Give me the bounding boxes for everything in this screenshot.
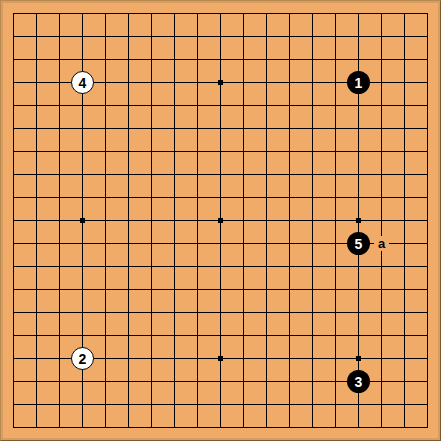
board-intersection[interactable]: [71, 324, 94, 347]
board-intersection[interactable]: [209, 347, 232, 370]
board-intersection[interactable]: [71, 48, 94, 71]
board-intersection[interactable]: [324, 94, 347, 117]
board-intersection[interactable]: [278, 347, 301, 370]
board-intersection[interactable]: [416, 25, 439, 48]
board-intersection[interactable]: [324, 48, 347, 71]
board-intersection[interactable]: [71, 416, 94, 439]
board-intersection[interactable]: [324, 186, 347, 209]
board-intersection[interactable]: [71, 393, 94, 416]
board-intersection[interactable]: [140, 370, 163, 393]
board-intersection[interactable]: [232, 163, 255, 186]
board-intersection[interactable]: [232, 347, 255, 370]
board-intersection[interactable]: [71, 255, 94, 278]
board-intersection[interactable]: 2: [71, 347, 94, 370]
board-intersection[interactable]: [370, 209, 393, 232]
board-intersection[interactable]: [2, 232, 25, 255]
board-intersection[interactable]: [209, 117, 232, 140]
board-intersection[interactable]: [48, 94, 71, 117]
board-intersection[interactable]: [2, 347, 25, 370]
board-intersection[interactable]: [94, 71, 117, 94]
board-intersection[interactable]: [186, 301, 209, 324]
board-intersection[interactable]: [255, 232, 278, 255]
board-intersection[interactable]: [94, 48, 117, 71]
board-intersection[interactable]: [117, 94, 140, 117]
board-intersection[interactable]: [209, 163, 232, 186]
board-intersection[interactable]: [416, 117, 439, 140]
board-intersection[interactable]: [232, 301, 255, 324]
board-intersection[interactable]: [2, 278, 25, 301]
board-intersection[interactable]: [255, 416, 278, 439]
board-intersection[interactable]: [25, 71, 48, 94]
board-intersection[interactable]: [209, 416, 232, 439]
board-intersection[interactable]: [347, 278, 370, 301]
board-intersection[interactable]: [255, 48, 278, 71]
board-intersection[interactable]: [232, 232, 255, 255]
board-intersection[interactable]: [48, 370, 71, 393]
board-intersection[interactable]: [370, 48, 393, 71]
board-intersection[interactable]: [370, 186, 393, 209]
board-intersection[interactable]: [278, 163, 301, 186]
board-intersection[interactable]: [370, 25, 393, 48]
board-intersection[interactable]: [94, 255, 117, 278]
board-intersection[interactable]: [347, 2, 370, 25]
board-intersection[interactable]: [301, 94, 324, 117]
board-intersection[interactable]: [416, 140, 439, 163]
board-intersection[interactable]: [301, 232, 324, 255]
board-intersection[interactable]: [48, 25, 71, 48]
board-intersection[interactable]: [71, 163, 94, 186]
board-intersection[interactable]: [232, 324, 255, 347]
board-intersection[interactable]: [255, 370, 278, 393]
board-intersection[interactable]: [209, 71, 232, 94]
board-intersection[interactable]: [416, 94, 439, 117]
board-intersection[interactable]: [186, 278, 209, 301]
board-intersection[interactable]: [209, 48, 232, 71]
board-intersection[interactable]: [416, 48, 439, 71]
board-intersection[interactable]: [2, 94, 25, 117]
board-intersection[interactable]: [117, 370, 140, 393]
board-intersection[interactable]: [163, 301, 186, 324]
board-intersection[interactable]: [48, 140, 71, 163]
board-intersection[interactable]: [163, 232, 186, 255]
board-intersection[interactable]: [163, 416, 186, 439]
board-intersection[interactable]: [255, 301, 278, 324]
board-intersection[interactable]: [140, 25, 163, 48]
board-intersection[interactable]: [232, 186, 255, 209]
board-intersection[interactable]: [2, 186, 25, 209]
board-intersection[interactable]: [301, 163, 324, 186]
board-intersection[interactable]: [301, 255, 324, 278]
board-intersection[interactable]: [25, 117, 48, 140]
board-intersection[interactable]: [301, 117, 324, 140]
board-intersection[interactable]: [117, 117, 140, 140]
board-intersection[interactable]: [94, 94, 117, 117]
board-intersection[interactable]: [140, 278, 163, 301]
board-intersection[interactable]: [163, 209, 186, 232]
board-intersection[interactable]: [393, 48, 416, 71]
board-intersection[interactable]: [301, 278, 324, 301]
board-intersection[interactable]: [278, 140, 301, 163]
board-intersection[interactable]: [140, 71, 163, 94]
board-intersection[interactable]: [163, 163, 186, 186]
board-intersection[interactable]: [94, 301, 117, 324]
board-intersection[interactable]: [324, 25, 347, 48]
board-intersection[interactable]: [163, 393, 186, 416]
board-intersection[interactable]: [117, 209, 140, 232]
board-intersection[interactable]: [48, 301, 71, 324]
board-intersection[interactable]: [370, 163, 393, 186]
board-intersection[interactable]: [324, 209, 347, 232]
board-intersection[interactable]: [347, 393, 370, 416]
board-intersection[interactable]: [301, 370, 324, 393]
board-intersection[interactable]: [163, 117, 186, 140]
board-intersection[interactable]: [347, 416, 370, 439]
board-intersection[interactable]: [163, 94, 186, 117]
board-intersection[interactable]: [163, 140, 186, 163]
board-intersection[interactable]: [370, 416, 393, 439]
board-intersection[interactable]: [255, 393, 278, 416]
board-intersection[interactable]: [255, 71, 278, 94]
board-intersection[interactable]: [324, 370, 347, 393]
board-intersection[interactable]: [416, 301, 439, 324]
board-intersection[interactable]: [117, 186, 140, 209]
board-intersection[interactable]: [278, 393, 301, 416]
board-intersection[interactable]: [393, 2, 416, 25]
board-intersection[interactable]: [117, 347, 140, 370]
board-intersection[interactable]: [25, 94, 48, 117]
board-intersection[interactable]: [324, 324, 347, 347]
board-intersection[interactable]: [232, 71, 255, 94]
board-intersection[interactable]: [416, 209, 439, 232]
board-intersection[interactable]: [25, 347, 48, 370]
board-intersection[interactable]: [370, 347, 393, 370]
board-intersection[interactable]: [2, 301, 25, 324]
board-intersection[interactable]: [278, 2, 301, 25]
board-intersection[interactable]: [71, 186, 94, 209]
board-intersection[interactable]: [25, 324, 48, 347]
board-intersection[interactable]: [393, 255, 416, 278]
board-intersection[interactable]: [94, 370, 117, 393]
board-intersection[interactable]: [94, 186, 117, 209]
board-intersection[interactable]: [209, 255, 232, 278]
board-intersection[interactable]: [140, 255, 163, 278]
board-intersection[interactable]: [301, 140, 324, 163]
board-intersection[interactable]: [140, 94, 163, 117]
board-intersection[interactable]: [255, 163, 278, 186]
board-intersection[interactable]: [255, 186, 278, 209]
board-intersection[interactable]: [2, 25, 25, 48]
board-intersection[interactable]: [186, 25, 209, 48]
board-intersection[interactable]: [117, 163, 140, 186]
board-intersection[interactable]: [301, 301, 324, 324]
board-intersection[interactable]: [416, 255, 439, 278]
board-intersection[interactable]: [255, 278, 278, 301]
board-intersection[interactable]: [48, 255, 71, 278]
board-intersection[interactable]: [140, 416, 163, 439]
board-intersection[interactable]: [2, 416, 25, 439]
board-intersection[interactable]: [71, 370, 94, 393]
board-intersection[interactable]: [278, 48, 301, 71]
board-intersection[interactable]: [186, 94, 209, 117]
board-intersection[interactable]: [186, 324, 209, 347]
board-intersection[interactable]: [324, 347, 347, 370]
board-intersection[interactable]: [2, 140, 25, 163]
board-intersection[interactable]: [94, 324, 117, 347]
board-intersection[interactable]: [186, 416, 209, 439]
board-intersection[interactable]: [94, 25, 117, 48]
board-intersection[interactable]: [48, 48, 71, 71]
board-intersection[interactable]: [370, 393, 393, 416]
board-intersection[interactable]: [117, 232, 140, 255]
board-intersection[interactable]: [301, 2, 324, 25]
board-intersection[interactable]: [163, 255, 186, 278]
board-intersection[interactable]: [140, 232, 163, 255]
board-intersection[interactable]: [324, 117, 347, 140]
board-intersection[interactable]: [2, 255, 25, 278]
board-intersection[interactable]: [393, 209, 416, 232]
board-intersection[interactable]: [278, 301, 301, 324]
board-intersection[interactable]: [71, 140, 94, 163]
board-intersection[interactable]: [140, 48, 163, 71]
board-intersection[interactable]: [140, 347, 163, 370]
board-intersection[interactable]: [393, 25, 416, 48]
board-intersection[interactable]: [163, 71, 186, 94]
board-intersection[interactable]: [48, 393, 71, 416]
board-intersection[interactable]: [48, 232, 71, 255]
board-intersection[interactable]: [117, 48, 140, 71]
board-intersection[interactable]: [186, 232, 209, 255]
board-intersection[interactable]: [416, 232, 439, 255]
board-intersection[interactable]: [140, 324, 163, 347]
board-intersection[interactable]: [117, 2, 140, 25]
board-intersection[interactable]: 5: [347, 232, 370, 255]
board-intersection[interactable]: [301, 347, 324, 370]
board-intersection[interactable]: [163, 324, 186, 347]
board-intersection[interactable]: [25, 163, 48, 186]
board-intersection[interactable]: [278, 71, 301, 94]
board-intersection[interactable]: [324, 140, 347, 163]
board-intersection[interactable]: [140, 301, 163, 324]
board-intersection[interactable]: [2, 48, 25, 71]
board-intersection[interactable]: [186, 140, 209, 163]
board-intersection[interactable]: [278, 255, 301, 278]
board-intersection[interactable]: [2, 71, 25, 94]
board-intersection[interactable]: [347, 48, 370, 71]
board-intersection[interactable]: [232, 25, 255, 48]
board-intersection[interactable]: [48, 117, 71, 140]
board-intersection[interactable]: a: [370, 232, 393, 255]
board-intersection[interactable]: [25, 232, 48, 255]
board-intersection[interactable]: [2, 393, 25, 416]
board-intersection[interactable]: [209, 25, 232, 48]
board-intersection[interactable]: [48, 71, 71, 94]
board-intersection[interactable]: [416, 347, 439, 370]
board-intersection[interactable]: [140, 140, 163, 163]
board-intersection[interactable]: [393, 71, 416, 94]
board-intersection[interactable]: [232, 209, 255, 232]
board-intersection[interactable]: [324, 393, 347, 416]
board-intersection[interactable]: [25, 48, 48, 71]
board-intersection[interactable]: [370, 117, 393, 140]
board-intersection[interactable]: [209, 278, 232, 301]
board-intersection[interactable]: [117, 71, 140, 94]
board-intersection[interactable]: [416, 416, 439, 439]
board-intersection[interactable]: [25, 393, 48, 416]
board-intersection[interactable]: [117, 393, 140, 416]
board-intersection[interactable]: [94, 117, 117, 140]
board-intersection[interactable]: [393, 370, 416, 393]
board-intersection[interactable]: [25, 140, 48, 163]
board-intersection[interactable]: [278, 370, 301, 393]
board-intersection[interactable]: [232, 2, 255, 25]
board-intersection[interactable]: [140, 393, 163, 416]
board-intersection[interactable]: [209, 232, 232, 255]
board-intersection[interactable]: [2, 117, 25, 140]
board-intersection[interactable]: [209, 324, 232, 347]
board-intersection[interactable]: [324, 416, 347, 439]
board-intersection[interactable]: [370, 140, 393, 163]
board-intersection[interactable]: [393, 140, 416, 163]
board-intersection[interactable]: [71, 2, 94, 25]
board-intersection[interactable]: [163, 25, 186, 48]
board-intersection[interactable]: [370, 94, 393, 117]
board-intersection[interactable]: [393, 301, 416, 324]
board-intersection[interactable]: [25, 255, 48, 278]
board-intersection[interactable]: [347, 255, 370, 278]
board-intersection[interactable]: [393, 324, 416, 347]
board-intersection[interactable]: [232, 393, 255, 416]
board-intersection[interactable]: [347, 117, 370, 140]
board-intersection[interactable]: [186, 186, 209, 209]
board-intersection[interactable]: [370, 278, 393, 301]
board-intersection[interactable]: [393, 416, 416, 439]
board-intersection[interactable]: [301, 71, 324, 94]
board-intersection[interactable]: [209, 370, 232, 393]
board-intersection[interactable]: [301, 209, 324, 232]
board-intersection[interactable]: [209, 94, 232, 117]
board-intersection[interactable]: [416, 370, 439, 393]
board-intersection[interactable]: [232, 278, 255, 301]
board-intersection[interactable]: [186, 163, 209, 186]
board-intersection[interactable]: [94, 416, 117, 439]
board-intersection[interactable]: [117, 324, 140, 347]
board-intersection[interactable]: [2, 324, 25, 347]
board-intersection[interactable]: [416, 163, 439, 186]
board-intersection[interactable]: [48, 278, 71, 301]
board-intersection[interactable]: [163, 370, 186, 393]
board-intersection[interactable]: [25, 370, 48, 393]
board-intersection[interactable]: [48, 324, 71, 347]
board-intersection[interactable]: [71, 117, 94, 140]
board-intersection[interactable]: [48, 163, 71, 186]
board-intersection[interactable]: [370, 301, 393, 324]
board-intersection[interactable]: [2, 370, 25, 393]
board-intersection[interactable]: [25, 301, 48, 324]
board-intersection[interactable]: [255, 209, 278, 232]
board-intersection[interactable]: [117, 25, 140, 48]
board-intersection[interactable]: [324, 163, 347, 186]
board-intersection[interactable]: [48, 416, 71, 439]
board-intersection[interactable]: [2, 2, 25, 25]
board-intersection[interactable]: [393, 94, 416, 117]
board-intersection[interactable]: [140, 209, 163, 232]
board-intersection[interactable]: [2, 163, 25, 186]
board-intersection[interactable]: [370, 255, 393, 278]
board-intersection[interactable]: [347, 186, 370, 209]
board-intersection[interactable]: [416, 393, 439, 416]
board-intersection[interactable]: [48, 2, 71, 25]
board-intersection[interactable]: [301, 416, 324, 439]
board-intersection[interactable]: [117, 255, 140, 278]
board-intersection[interactable]: [278, 186, 301, 209]
board-intersection[interactable]: [324, 301, 347, 324]
board-intersection[interactable]: [25, 25, 48, 48]
board-intersection[interactable]: [347, 163, 370, 186]
board-intersection[interactable]: [370, 71, 393, 94]
board-intersection[interactable]: [163, 347, 186, 370]
board-intersection[interactable]: [278, 25, 301, 48]
board-intersection[interactable]: [301, 48, 324, 71]
board-intersection[interactable]: [370, 370, 393, 393]
board-intersection[interactable]: [278, 232, 301, 255]
board-intersection[interactable]: [2, 209, 25, 232]
board-intersection[interactable]: [117, 416, 140, 439]
board-intersection[interactable]: [25, 278, 48, 301]
board-intersection[interactable]: [186, 48, 209, 71]
board-intersection[interactable]: [25, 186, 48, 209]
board-intersection[interactable]: [347, 301, 370, 324]
board-intersection[interactable]: [186, 71, 209, 94]
board-intersection[interactable]: [186, 393, 209, 416]
board-intersection[interactable]: [94, 278, 117, 301]
board-intersection[interactable]: [209, 186, 232, 209]
board-intersection[interactable]: 4: [71, 71, 94, 94]
board-intersection[interactable]: [232, 416, 255, 439]
board-intersection[interactable]: [393, 117, 416, 140]
board-intersection[interactable]: [278, 209, 301, 232]
board-intersection[interactable]: [71, 301, 94, 324]
board-intersection[interactable]: [140, 2, 163, 25]
board-intersection[interactable]: [71, 25, 94, 48]
board-intersection[interactable]: [416, 2, 439, 25]
board-intersection[interactable]: [163, 2, 186, 25]
board-intersection[interactable]: [209, 393, 232, 416]
board-intersection[interactable]: [324, 2, 347, 25]
board-intersection[interactable]: [416, 278, 439, 301]
board-intersection[interactable]: [94, 163, 117, 186]
board-intersection[interactable]: [232, 370, 255, 393]
board-intersection[interactable]: 1: [347, 71, 370, 94]
board-intersection[interactable]: [324, 278, 347, 301]
board-intersection[interactable]: [255, 140, 278, 163]
board-intersection[interactable]: [393, 393, 416, 416]
board-intersection[interactable]: [186, 347, 209, 370]
board-intersection[interactable]: [393, 186, 416, 209]
board-intersection[interactable]: [232, 140, 255, 163]
board-intersection[interactable]: [71, 232, 94, 255]
board-intersection[interactable]: [255, 347, 278, 370]
board-intersection[interactable]: [48, 347, 71, 370]
board-intersection[interactable]: [186, 2, 209, 25]
board-intersection[interactable]: [186, 370, 209, 393]
board-intersection[interactable]: [278, 117, 301, 140]
board-intersection[interactable]: [393, 232, 416, 255]
board-intersection[interactable]: [255, 255, 278, 278]
board-intersection[interactable]: [347, 94, 370, 117]
board-intersection[interactable]: [71, 94, 94, 117]
board-intersection[interactable]: [347, 347, 370, 370]
board-intersection[interactable]: [71, 209, 94, 232]
